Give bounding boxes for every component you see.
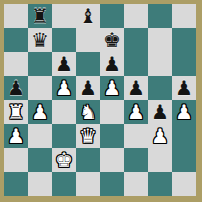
white-pawn-f4[interactable]: ♟ [127, 100, 145, 124]
square-g7[interactable] [148, 28, 172, 52]
square-h2[interactable] [172, 148, 196, 172]
square-a5[interactable]: ♟ [4, 76, 28, 100]
square-g2[interactable] [148, 148, 172, 172]
square-a2[interactable] [4, 148, 28, 172]
square-g3[interactable]: ♟ [148, 124, 172, 148]
square-e1[interactable] [100, 172, 124, 196]
square-f1[interactable] [124, 172, 148, 196]
square-f3[interactable] [124, 124, 148, 148]
square-b2[interactable] [28, 148, 52, 172]
square-h7[interactable] [172, 28, 196, 52]
black-pawn-c6[interactable]: ♟ [55, 52, 73, 76]
square-c2[interactable]: ♚ [52, 148, 76, 172]
black-king-e7[interactable]: ♚ [103, 28, 121, 52]
square-d8[interactable]: ♝ [76, 4, 100, 28]
square-d6[interactable] [76, 52, 100, 76]
square-g1[interactable] [148, 172, 172, 196]
square-d5[interactable]: ♟ [76, 76, 100, 100]
square-h1[interactable] [172, 172, 196, 196]
square-b8[interactable]: ♜ [28, 4, 52, 28]
square-e6[interactable]: ♟ [100, 52, 124, 76]
square-a1[interactable] [4, 172, 28, 196]
chess-board: ♜♝♛♚♟♟♟♟♟♟♟♟♜♟♞♟♟♟♟♛♟♚ [4, 4, 196, 196]
square-a3[interactable]: ♟ [4, 124, 28, 148]
white-pawn-b4[interactable]: ♟ [31, 100, 49, 124]
black-pawn-d5[interactable]: ♟ [79, 76, 97, 100]
square-e5[interactable]: ♟ [100, 76, 124, 100]
white-pawn-g3[interactable]: ♟ [151, 124, 169, 148]
square-g6[interactable] [148, 52, 172, 76]
square-d7[interactable] [76, 28, 100, 52]
square-d1[interactable] [76, 172, 100, 196]
square-e8[interactable] [100, 4, 124, 28]
square-g5[interactable] [148, 76, 172, 100]
square-e2[interactable] [100, 148, 124, 172]
square-c3[interactable] [52, 124, 76, 148]
square-e3[interactable] [100, 124, 124, 148]
square-f7[interactable] [124, 28, 148, 52]
square-f4[interactable]: ♟ [124, 100, 148, 124]
square-a4[interactable]: ♜ [4, 100, 28, 124]
square-b5[interactable] [28, 76, 52, 100]
white-pawn-c5[interactable]: ♟ [55, 76, 73, 100]
square-a6[interactable] [4, 52, 28, 76]
square-d4[interactable]: ♞ [76, 100, 100, 124]
white-rook-a4[interactable]: ♜ [7, 100, 25, 124]
square-c4[interactable] [52, 100, 76, 124]
square-b6[interactable] [28, 52, 52, 76]
black-rook-b8[interactable]: ♜ [31, 4, 49, 28]
square-a8[interactable] [4, 4, 28, 28]
square-c7[interactable] [52, 28, 76, 52]
square-e7[interactable]: ♚ [100, 28, 124, 52]
black-pawn-h5[interactable]: ♟ [175, 76, 193, 100]
square-b4[interactable]: ♟ [28, 100, 52, 124]
square-h4[interactable]: ♟ [172, 100, 196, 124]
square-f2[interactable] [124, 148, 148, 172]
square-c6[interactable]: ♟ [52, 52, 76, 76]
square-d2[interactable] [76, 148, 100, 172]
square-f5[interactable]: ♟ [124, 76, 148, 100]
black-pawn-f5[interactable]: ♟ [127, 76, 145, 100]
square-b3[interactable] [28, 124, 52, 148]
black-queen-b7[interactable]: ♛ [31, 28, 49, 52]
white-pawn-a3[interactable]: ♟ [7, 124, 25, 148]
chess-board-frame: ♜♝♛♚♟♟♟♟♟♟♟♟♜♟♞♟♟♟♟♛♟♚ [0, 0, 202, 202]
square-c5[interactable]: ♟ [52, 76, 76, 100]
black-pawn-a5[interactable]: ♟ [7, 76, 25, 100]
square-a7[interactable] [4, 28, 28, 52]
white-pawn-h4[interactable]: ♟ [175, 100, 193, 124]
square-b7[interactable]: ♛ [28, 28, 52, 52]
black-bishop-d8[interactable]: ♝ [79, 4, 97, 28]
black-pawn-e6[interactable]: ♟ [103, 52, 121, 76]
square-h3[interactable] [172, 124, 196, 148]
square-f8[interactable] [124, 4, 148, 28]
white-queen-d3[interactable]: ♛ [79, 124, 97, 148]
square-g4[interactable]: ♟ [148, 100, 172, 124]
white-pawn-e5[interactable]: ♟ [103, 76, 121, 100]
square-d3[interactable]: ♛ [76, 124, 100, 148]
square-h5[interactable]: ♟ [172, 76, 196, 100]
square-c1[interactable] [52, 172, 76, 196]
black-pawn-g4[interactable]: ♟ [151, 100, 169, 124]
white-king-c2[interactable]: ♚ [55, 148, 73, 172]
square-f6[interactable] [124, 52, 148, 76]
square-c8[interactable] [52, 4, 76, 28]
square-b1[interactable] [28, 172, 52, 196]
square-g8[interactable] [148, 4, 172, 28]
square-e4[interactable] [100, 100, 124, 124]
white-knight-d4[interactable]: ♞ [79, 100, 97, 124]
square-h6[interactable] [172, 52, 196, 76]
square-h8[interactable] [172, 4, 196, 28]
